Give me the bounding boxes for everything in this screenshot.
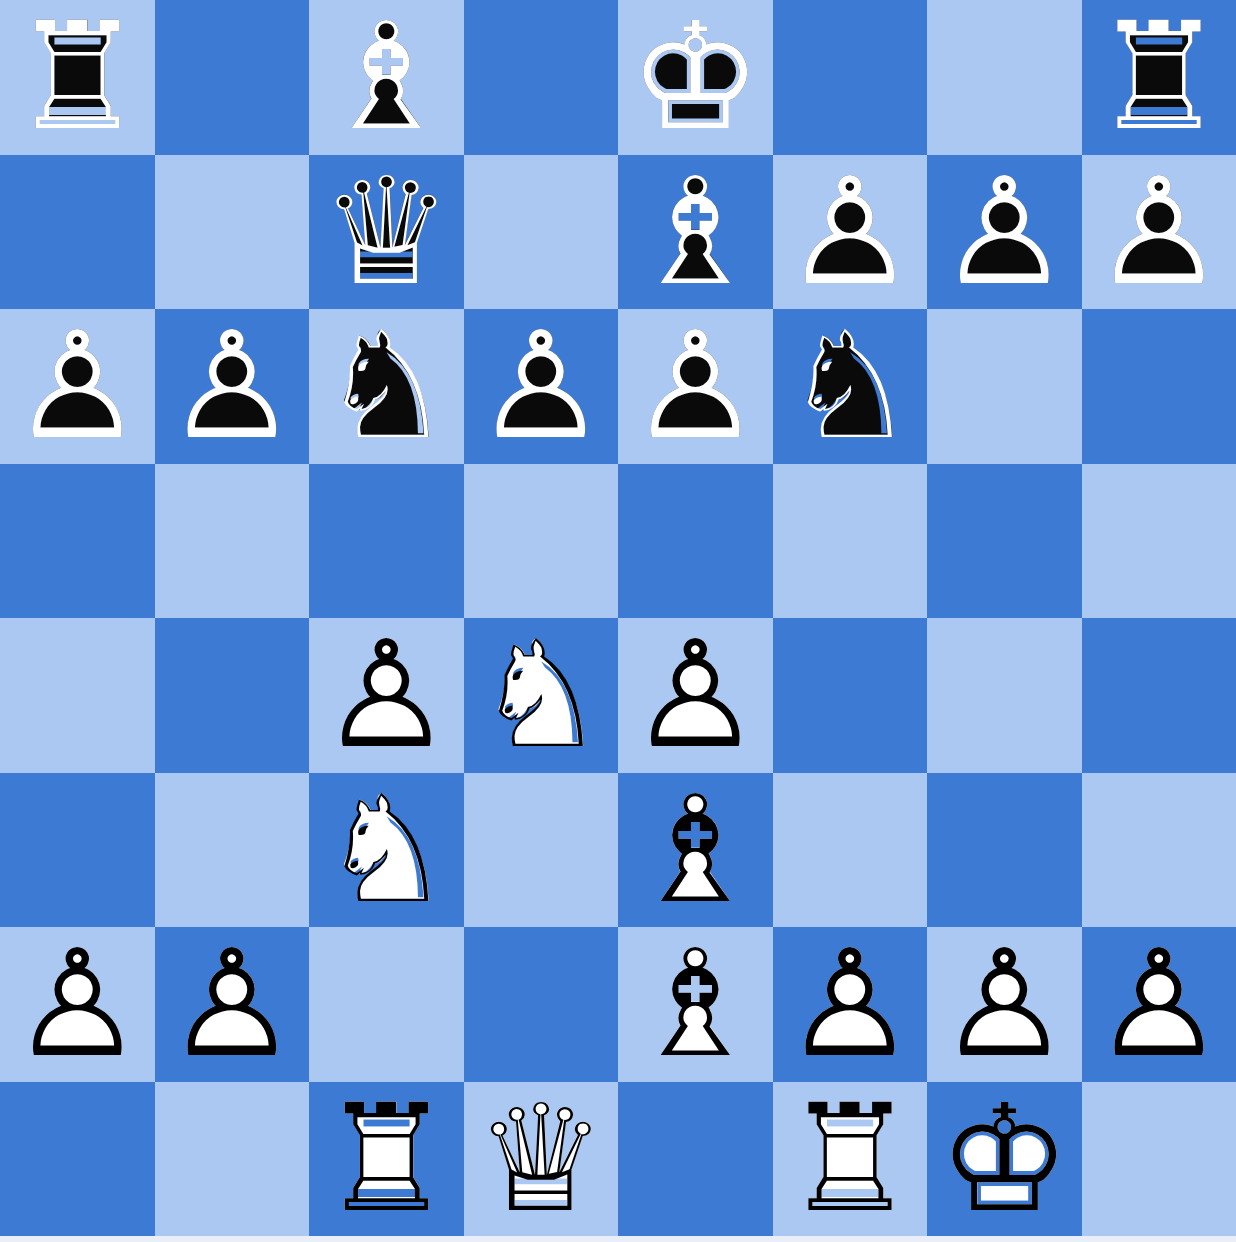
white-bishop-piece[interactable]: ♝♗ [618, 927, 773, 1082]
piece-glyph-outline: ♘ [309, 309, 464, 464]
piece-glyph-outline: ♙ [618, 309, 773, 464]
square-f5[interactable] [773, 464, 928, 619]
square-e4[interactable]: ♟♙ [618, 618, 773, 773]
square-f4[interactable] [773, 618, 928, 773]
black-bishop-piece[interactable]: ♝♗ [618, 155, 773, 310]
piece-glyph-outline: ♖ [0, 0, 155, 155]
white-rook-piece[interactable]: ♜♖ [773, 1082, 928, 1237]
piece-glyph-outline: ♙ [927, 155, 1082, 310]
piece-glyph-outline: ♕ [309, 155, 464, 310]
square-c8[interactable]: ♝♗ [309, 0, 464, 155]
bottom-edge-strip [0, 1236, 1236, 1242]
square-d7[interactable] [464, 155, 619, 310]
square-g1[interactable]: ♚♔ [927, 1082, 1082, 1237]
square-b3[interactable] [155, 773, 310, 928]
square-c4[interactable]: ♟♙ [309, 618, 464, 773]
black-bishop-piece[interactable]: ♝♗ [309, 0, 464, 155]
square-h1[interactable] [1082, 1082, 1236, 1237]
square-b8[interactable] [155, 0, 310, 155]
piece-glyph-outline: ♙ [927, 927, 1082, 1082]
white-pawn-piece[interactable]: ♟♙ [773, 927, 928, 1082]
black-pawn-piece[interactable]: ♟♙ [464, 309, 619, 464]
square-f6[interactable]: ♞♘ [773, 309, 928, 464]
black-pawn-piece[interactable]: ♟♙ [155, 309, 310, 464]
white-knight-piece[interactable]: ♞♘ [309, 773, 464, 928]
black-knight-piece[interactable]: ♞♘ [309, 309, 464, 464]
square-b5[interactable] [155, 464, 310, 619]
square-b4[interactable] [155, 618, 310, 773]
piece-glyph-outline: ♖ [309, 1082, 464, 1237]
square-g3[interactable] [927, 773, 1082, 928]
square-f8[interactable] [773, 0, 928, 155]
square-b2[interactable]: ♟♙ [155, 927, 310, 1082]
black-rook-piece[interactable]: ♜♖ [0, 0, 155, 155]
white-pawn-piece[interactable]: ♟♙ [155, 927, 310, 1082]
square-f1[interactable]: ♜♖ [773, 1082, 928, 1237]
piece-glyph-outline: ♙ [155, 927, 310, 1082]
black-pawn-piece[interactable]: ♟♙ [1082, 155, 1236, 310]
square-a4[interactable] [0, 618, 155, 773]
white-bishop-piece[interactable]: ♝♗ [618, 773, 773, 928]
square-h4[interactable] [1082, 618, 1236, 773]
square-g7[interactable]: ♟♙ [927, 155, 1082, 310]
piece-glyph-outline: ♖ [1082, 0, 1236, 155]
square-a8[interactable]: ♜♖ [0, 0, 155, 155]
square-a2[interactable]: ♟♙ [0, 927, 155, 1082]
square-c6[interactable]: ♞♘ [309, 309, 464, 464]
square-c3[interactable]: ♞♘ [309, 773, 464, 928]
chess-board: ♜♖♝♗♚♔♜♖♛♕♝♗♟♙♟♙♟♙♟♙♟♙♞♘♟♙♟♙♞♘♟♙♞♘♟♙♞♘♝♗… [0, 0, 1236, 1236]
square-c7[interactable]: ♛♕ [309, 155, 464, 310]
black-knight-piece[interactable]: ♞♘ [773, 309, 928, 464]
square-d3[interactable] [464, 773, 619, 928]
piece-glyph-outline: ♘ [309, 773, 464, 928]
square-e5[interactable] [618, 464, 773, 619]
square-c1[interactable]: ♜♖ [309, 1082, 464, 1237]
piece-glyph-outline: ♙ [0, 927, 155, 1082]
square-a7[interactable] [0, 155, 155, 310]
square-h7[interactable]: ♟♙ [1082, 155, 1236, 310]
square-d4[interactable]: ♞♘ [464, 618, 619, 773]
white-queen-piece[interactable]: ♛♕ [464, 1082, 619, 1237]
square-g5[interactable] [927, 464, 1082, 619]
square-c2[interactable] [309, 927, 464, 1082]
square-e2[interactable]: ♝♗ [618, 927, 773, 1082]
square-d2[interactable] [464, 927, 619, 1082]
piece-glyph-outline: ♙ [0, 309, 155, 464]
square-h3[interactable] [1082, 773, 1236, 928]
piece-glyph-outline: ♙ [618, 618, 773, 773]
black-rook-piece[interactable]: ♜♖ [1082, 0, 1236, 155]
square-f2[interactable]: ♟♙ [773, 927, 928, 1082]
white-pawn-piece[interactable]: ♟♙ [927, 927, 1082, 1082]
white-pawn-piece[interactable]: ♟♙ [1082, 927, 1236, 1082]
square-c5[interactable] [309, 464, 464, 619]
square-e7[interactable]: ♝♗ [618, 155, 773, 310]
square-b7[interactable] [155, 155, 310, 310]
square-e3[interactable]: ♝♗ [618, 773, 773, 928]
piece-glyph-outline: ♙ [773, 155, 928, 310]
square-h8[interactable]: ♜♖ [1082, 0, 1236, 155]
square-a5[interactable] [0, 464, 155, 619]
square-a3[interactable] [0, 773, 155, 928]
square-d8[interactable] [464, 0, 619, 155]
piece-glyph-outline: ♗ [309, 0, 464, 155]
white-king-piece[interactable]: ♚♔ [927, 1082, 1082, 1237]
black-king-piece[interactable]: ♚♔ [618, 0, 773, 155]
piece-glyph-outline: ♙ [309, 618, 464, 773]
square-h6[interactable] [1082, 309, 1236, 464]
square-a1[interactable] [0, 1082, 155, 1237]
black-pawn-piece[interactable]: ♟♙ [618, 309, 773, 464]
white-pawn-piece[interactable]: ♟♙ [618, 618, 773, 773]
square-f3[interactable] [773, 773, 928, 928]
white-pawn-piece[interactable]: ♟♙ [309, 618, 464, 773]
black-queen-piece[interactable]: ♛♕ [309, 155, 464, 310]
piece-glyph-outline: ♙ [464, 309, 619, 464]
piece-glyph-outline: ♘ [773, 309, 928, 464]
square-d1[interactable]: ♛♕ [464, 1082, 619, 1237]
piece-glyph-outline: ♙ [773, 927, 928, 1082]
piece-glyph-outline: ♗ [618, 927, 773, 1082]
black-pawn-piece[interactable]: ♟♙ [773, 155, 928, 310]
piece-glyph-outline: ♗ [618, 155, 773, 310]
piece-glyph-outline: ♗ [618, 773, 773, 928]
piece-glyph-outline: ♔ [618, 0, 773, 155]
square-h2[interactable]: ♟♙ [1082, 927, 1236, 1082]
square-e1[interactable] [618, 1082, 773, 1237]
square-h5[interactable] [1082, 464, 1236, 619]
piece-glyph-outline: ♔ [927, 1082, 1082, 1237]
square-d5[interactable] [464, 464, 619, 619]
white-pawn-piece[interactable]: ♟♙ [0, 927, 155, 1082]
square-f7[interactable]: ♟♙ [773, 155, 928, 310]
square-e8[interactable]: ♚♔ [618, 0, 773, 155]
square-g8[interactable] [927, 0, 1082, 155]
black-pawn-piece[interactable]: ♟♙ [927, 155, 1082, 310]
square-d6[interactable]: ♟♙ [464, 309, 619, 464]
piece-glyph-outline: ♙ [155, 309, 310, 464]
piece-glyph-outline: ♘ [464, 618, 619, 773]
piece-glyph-outline: ♙ [1082, 927, 1236, 1082]
square-g2[interactable]: ♟♙ [927, 927, 1082, 1082]
piece-glyph-outline: ♖ [773, 1082, 928, 1237]
square-b1[interactable] [155, 1082, 310, 1237]
square-g4[interactable] [927, 618, 1082, 773]
square-b6[interactable]: ♟♙ [155, 309, 310, 464]
square-a6[interactable]: ♟♙ [0, 309, 155, 464]
black-pawn-piece[interactable]: ♟♙ [0, 309, 155, 464]
square-g6[interactable] [927, 309, 1082, 464]
square-e6[interactable]: ♟♙ [618, 309, 773, 464]
white-rook-piece[interactable]: ♜♖ [309, 1082, 464, 1237]
piece-glyph-outline: ♕ [464, 1082, 619, 1237]
white-knight-piece[interactable]: ♞♘ [464, 618, 619, 773]
piece-glyph-outline: ♙ [1082, 155, 1236, 310]
